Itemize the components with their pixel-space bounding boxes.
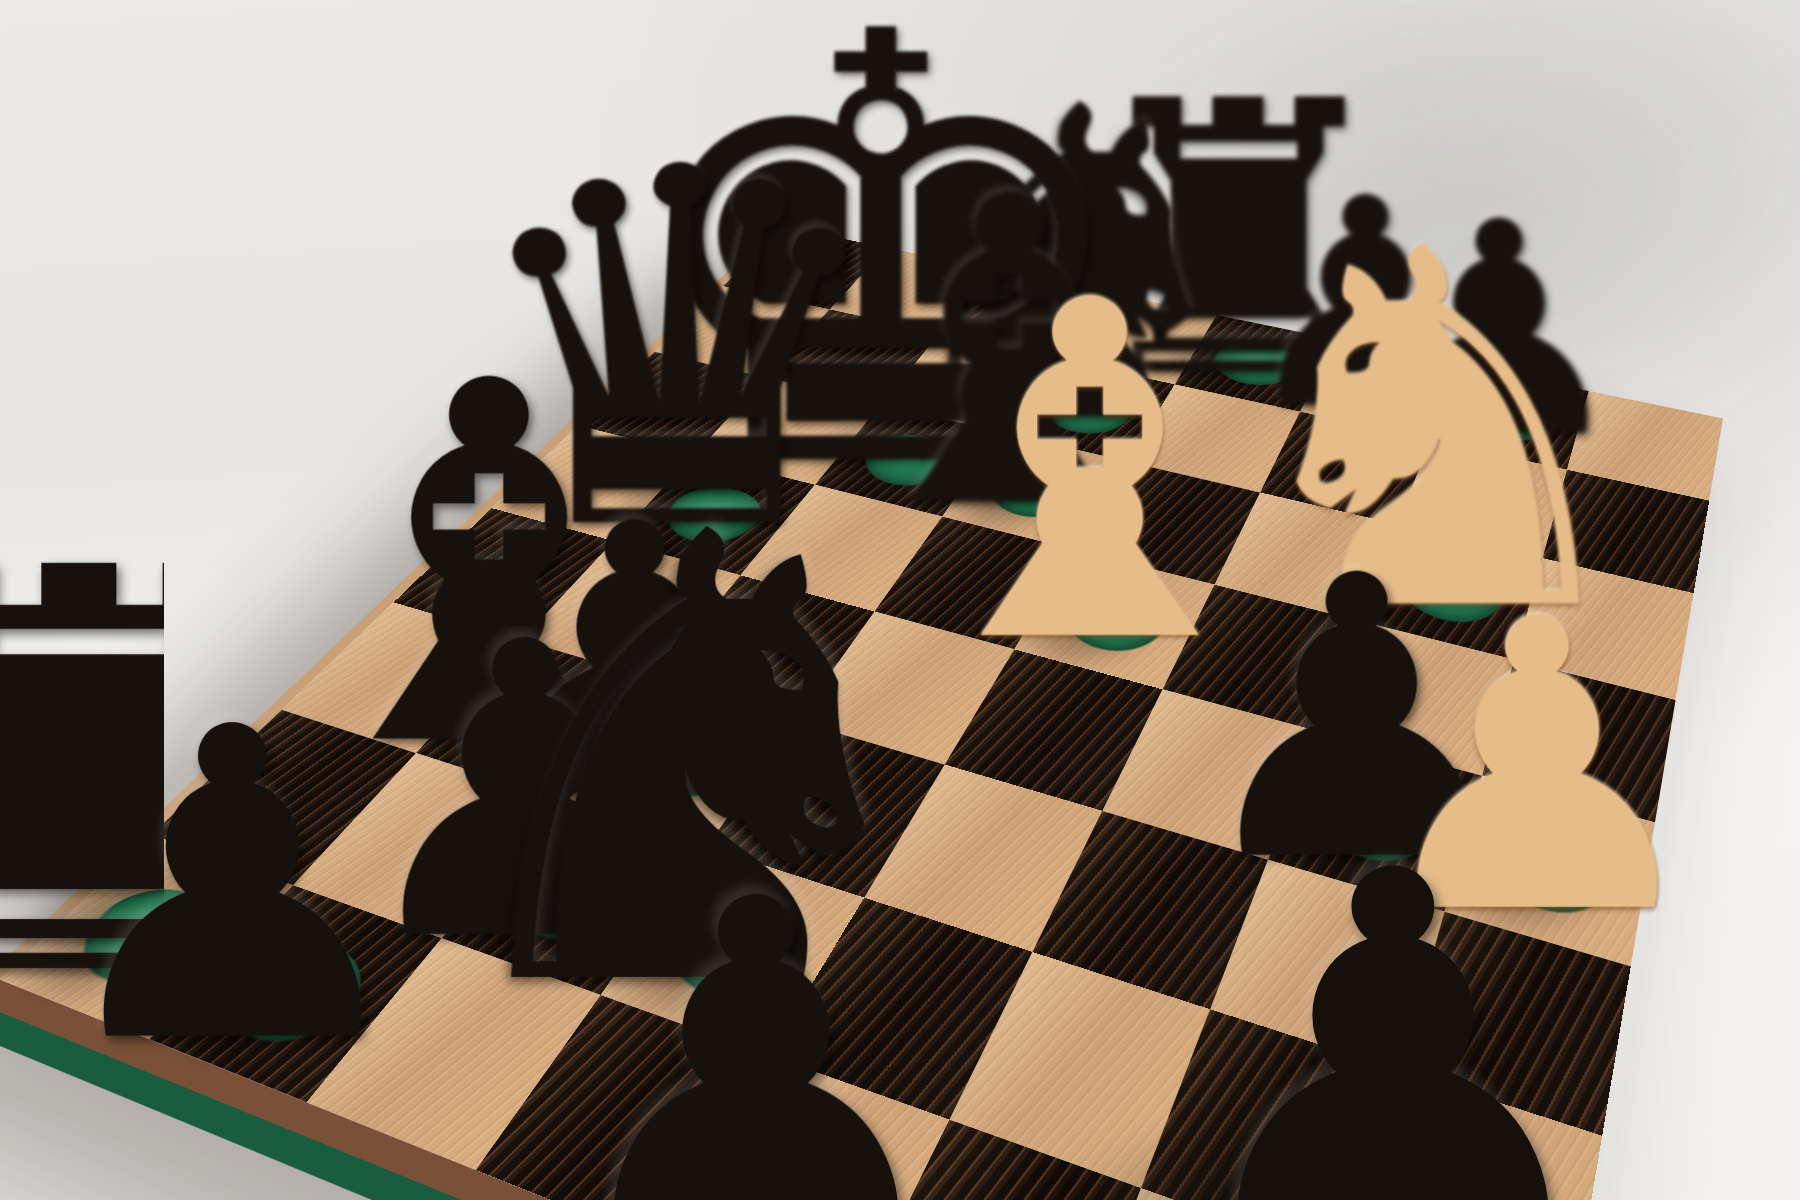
square-f8[interactable]: ♟ [1300,339,1460,439]
piece-shadow [1135,311,1318,414]
square-b7[interactable] [766,309,940,404]
piece-shadow [960,353,1155,464]
black-pawn-offboard[interactable]: ♟ [1160,852,1626,1200]
black-pawn[interactable]: ♟ [1367,210,1631,451]
square-g8[interactable]: ♟ [1430,365,1588,470]
black-pawn[interactable]: ♟ [1237,186,1495,422]
felt-pad [1031,379,1144,442]
square-d7[interactable]: ♞ [1002,358,1175,462]
square-e8[interactable]: ♜ [1175,315,1336,411]
square-e1[interactable]: ♟ [656,1055,949,1200]
felt-pad [1202,335,1308,394]
piece-shadow [1259,335,1441,442]
felt-pad [1049,578,1179,663]
square-a8[interactable] [723,227,886,309]
piece-shadow [1388,360,1569,472]
square-c8[interactable] [940,269,1102,358]
felt-pad [1327,360,1432,421]
square-e7[interactable] [1128,384,1300,492]
black-rook[interactable]: ♜ [1070,86,1407,394]
photo-frame: ♜♟♟♞♚♝♞♛♝♟♟♝♟♟♞♜♟♟ ♟ [0,0,1800,1200]
square-b8[interactable] [829,248,992,333]
felt-pad [1457,386,1562,450]
black-knight[interactable]: ♞ [873,90,1260,444]
square-h8[interactable] [1567,391,1723,500]
piece-shadow [966,543,1192,693]
square-d6[interactable]: ♝ [942,432,1128,549]
felt-pad [974,456,1095,527]
black-pawn[interactable]: ♟ [543,882,969,1200]
black-pawn[interactable]: ♟ [40,711,425,1063]
square-d8[interactable] [1055,292,1217,384]
